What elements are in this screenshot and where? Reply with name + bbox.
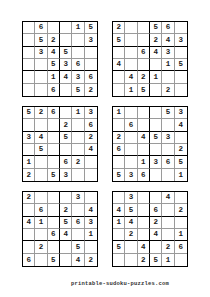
sudoku-cell-r2c4: 2 — [60, 119, 72, 131]
sudoku-cell-r1c4 — [150, 107, 162, 119]
sudoku-cell-r6c2: 3 — [125, 169, 137, 181]
sudoku-cell-r2c6: 4 — [85, 204, 97, 216]
sudoku-cell-r2c2: 6 — [125, 119, 137, 131]
site-url-text: printable-sudoku-puzzles.com — [0, 280, 210, 287]
sudoku-cell-r3c5 — [72, 47, 84, 59]
sudoku-cell-r6c6 — [85, 169, 97, 181]
sudoku-cell-r4c4 — [60, 144, 72, 156]
sudoku-cell-r1c4: 5 — [150, 22, 162, 34]
sudoku-cell-r3c4: 5 — [150, 132, 162, 144]
sudoku-cell-r3c4: 4 — [150, 47, 162, 59]
sudoku-cell-r3c5: 6 — [72, 217, 84, 229]
sudoku-cell-r5c5: 3 — [72, 71, 84, 83]
sudoku-cell-r3c6 — [85, 47, 97, 59]
sudoku-cell-r4c2: 5 — [35, 144, 47, 156]
sudoku-cell-r1c3 — [138, 107, 150, 119]
sudoku-cell-r1c3 — [138, 22, 150, 34]
sudoku-cell-r6c3: 5 — [48, 254, 60, 266]
sudoku-cell-r3c1: 1 — [113, 217, 125, 229]
sudoku-cell-r4c6: 1 — [85, 229, 97, 241]
sudoku-cell-r6c1: 2 — [23, 169, 35, 181]
sudoku-cell-r6c4 — [60, 254, 72, 266]
sudoku-cell-r6c3: 6 — [48, 84, 60, 96]
sudoku-cell-r2c2 — [125, 34, 137, 46]
sudoku-cell-r2c6: 2 — [175, 204, 187, 216]
sudoku-cell-r1c3 — [48, 22, 60, 34]
sudoku-cell-r4c2 — [125, 144, 137, 156]
sudoku-cell-r6c4: 3 — [60, 169, 72, 181]
sudoku-cell-r6c5: 4 — [72, 254, 84, 266]
sudoku-cell-r6c3: 5 — [48, 169, 60, 181]
sudoku-cell-r2c4: 2 — [60, 204, 72, 216]
sudoku-cell-r1c6 — [175, 192, 187, 204]
sudoku-cell-r6c2 — [35, 169, 47, 181]
sudoku-cell-r4c5 — [162, 229, 174, 241]
sudoku-cell-r6c1 — [113, 84, 125, 96]
sudoku-cell-r4c4: 3 — [60, 59, 72, 71]
sudoku-cell-r1c2 — [125, 22, 137, 34]
sudoku-cell-r5c3 — [48, 156, 60, 168]
sudoku-cell-r4c3: 6 — [48, 229, 60, 241]
sudoku-cell-r3c2: 4 — [35, 132, 47, 144]
sudoku-cell-r6c1 — [23, 84, 35, 96]
sudoku-cell-r2c2: 5 — [125, 204, 137, 216]
sudoku-cell-r2c4 — [150, 119, 162, 131]
sudoku-cell-r3c3: 6 — [138, 47, 150, 59]
sudoku-cell-r5c6 — [175, 71, 187, 83]
sudoku-cell-r1c4 — [60, 22, 72, 34]
sudoku-cell-r4c4: 4 — [150, 229, 162, 241]
sudoku-cell-r1c5: 3 — [72, 192, 84, 204]
sudoku-cell-r2c6: 3 — [85, 34, 97, 46]
sudoku-cell-r5c3: 1 — [48, 71, 60, 83]
sudoku-cell-r2c3 — [138, 119, 150, 131]
sudoku-cell-r5c6: 5 — [175, 156, 187, 168]
sudoku-cell-r1c4 — [150, 192, 162, 204]
sudoku-cell-r4c5 — [72, 229, 84, 241]
sudoku-cell-r5c4 — [150, 241, 162, 253]
sudoku-cell-r5c5 — [162, 71, 174, 83]
sudoku-board-5: 2362441563641256542 — [22, 191, 98, 267]
sudoku-cell-r3c2 — [125, 132, 137, 144]
sudoku-cell-r2c1 — [23, 34, 35, 46]
sudoku-cell-r5c6 — [85, 156, 97, 168]
sudoku-cell-r1c1: 1 — [113, 107, 125, 119]
sudoku-cell-r4c3: 5 — [48, 59, 60, 71]
sudoku-cell-r1c2: 3 — [125, 192, 137, 204]
sudoku-cell-r6c2: 1 — [125, 84, 137, 96]
sudoku-cell-r6c6 — [175, 254, 187, 266]
sudoku-cell-r5c5: 5 — [72, 241, 84, 253]
sudoku-cell-r2c5 — [72, 34, 84, 46]
sudoku-cell-r3c6 — [175, 132, 187, 144]
sudoku-cell-r3c1 — [23, 47, 35, 59]
sudoku-cell-r3c3 — [48, 217, 60, 229]
sudoku-cell-r3c3: 4 — [48, 47, 60, 59]
sudoku-board-2: 2565243643415421152 — [112, 21, 188, 97]
sudoku-cell-r2c6: 3 — [175, 34, 187, 46]
sudoku-cell-r5c3: 2 — [138, 71, 150, 83]
sudoku-cell-r4c1: 6 — [113, 144, 125, 156]
sudoku-cell-r4c4: 4 — [60, 229, 72, 241]
sudoku-cell-r1c3 — [138, 192, 150, 204]
sudoku-cell-r6c5: 5 — [72, 84, 84, 96]
sudoku-cell-r2c1: 5 — [113, 34, 125, 46]
sudoku-cell-r6c6: 2 — [85, 84, 97, 96]
sudoku-cell-r5c5: 2 — [72, 156, 84, 168]
sudoku-cell-r6c5 — [72, 169, 84, 181]
sudoku-cell-r4c6: 1 — [175, 229, 187, 241]
sudoku-cell-r5c2: 2 — [35, 241, 47, 253]
sudoku-cell-r2c3 — [138, 204, 150, 216]
sudoku-cell-r4c3 — [138, 144, 150, 156]
sudoku-cell-r2c5: 4 — [162, 34, 174, 46]
sudoku-cell-r5c2 — [125, 156, 137, 168]
sudoku-cell-r3c2: 4 — [125, 217, 137, 229]
sudoku-cell-r3c6: 3 — [85, 217, 97, 229]
sudoku-cell-r6c1 — [113, 254, 125, 266]
sudoku-cell-r6c4 — [60, 84, 72, 96]
sudoku-cell-r3c3: 4 — [138, 132, 150, 144]
sudoku-cell-r2c6: 4 — [175, 119, 187, 131]
sudoku-cell-r1c5: 1 — [72, 107, 84, 119]
sudoku-cell-r6c3: 2 — [138, 254, 150, 266]
sudoku-cell-r2c5 — [72, 204, 84, 216]
sudoku-cell-r5c5: 6 — [162, 156, 174, 168]
sudoku-cell-r3c4: 5 — [60, 47, 72, 59]
sudoku-cell-r4c1 — [113, 229, 125, 241]
sudoku-cell-r1c1: 2 — [113, 22, 125, 34]
sudoku-cell-r5c5: 2 — [162, 241, 174, 253]
sudoku-cell-r6c1: 6 — [23, 254, 35, 266]
sudoku-board-3: 5261326345254162253 — [22, 106, 98, 182]
sudoku-cell-r6c1: 5 — [113, 169, 125, 181]
sudoku-cell-r1c1 — [23, 22, 35, 34]
sudoku-cell-r5c3: 1 — [138, 156, 150, 168]
sudoku-cell-r4c3 — [48, 144, 60, 156]
sudoku-cell-r6c5: 2 — [162, 84, 174, 96]
sudoku-cell-r1c2: 2 — [35, 107, 47, 119]
sudoku-cell-r1c1: 2 — [23, 192, 35, 204]
sudoku-cell-r4c4 — [150, 144, 162, 156]
sudoku-cell-r5c4: 6 — [60, 156, 72, 168]
sudoku-cell-r1c6: 3 — [85, 107, 97, 119]
sudoku-cell-r1c6 — [85, 192, 97, 204]
sudoku-cell-r3c5: 3 — [162, 47, 174, 59]
sudoku-cell-r3c1: 2 — [113, 132, 125, 144]
sudoku-cell-r6c6: 2 — [85, 254, 97, 266]
sudoku-cell-r3c4: 5 — [60, 217, 72, 229]
sudoku-cell-r3c6: 2 — [85, 132, 97, 144]
sudoku-cell-r2c1 — [113, 119, 125, 131]
sudoku-cell-r3c2: 3 — [35, 47, 47, 59]
sudoku-cell-r2c5 — [162, 119, 174, 131]
sudoku-cell-r1c6: 3 — [175, 107, 187, 119]
sudoku-cell-r5c4: 4 — [60, 71, 72, 83]
sudoku-cell-r5c2 — [35, 71, 47, 83]
sudoku-cell-r3c5 — [72, 132, 84, 144]
sudoku-cell-r1c5: 6 — [162, 22, 174, 34]
sudoku-cell-r5c1 — [113, 156, 125, 168]
sudoku-cell-r4c1: 4 — [113, 59, 125, 71]
sudoku-cell-r6c4: 5 — [150, 254, 162, 266]
sudoku-cell-r3c6 — [175, 47, 187, 59]
sudoku-board-1: 6155233455361436652 — [22, 21, 98, 97]
sudoku-cell-r6c5 — [162, 169, 174, 181]
sudoku-cell-r2c1: 4 — [113, 204, 125, 216]
sudoku-cell-r5c1 — [23, 71, 35, 83]
sudoku-board-6: 3445621422415426251 — [112, 191, 188, 267]
sudoku-cell-r2c1 — [23, 204, 35, 216]
sudoku-cell-r6c6 — [175, 84, 187, 96]
sudoku-cell-r5c6 — [85, 241, 97, 253]
sudoku-cell-r5c4: 3 — [150, 156, 162, 168]
sudoku-cell-r3c4: 2 — [150, 217, 162, 229]
sudoku-cell-r4c6: 2 — [175, 144, 187, 156]
sudoku-cell-r2c3 — [48, 204, 60, 216]
sudoku-cell-r3c6 — [175, 217, 187, 229]
sudoku-cell-r4c2 — [125, 59, 137, 71]
sudoku-cell-r5c1 — [113, 71, 125, 83]
sudoku-cell-r5c3: 4 — [138, 241, 150, 253]
sudoku-cell-r3c1 — [113, 47, 125, 59]
sudoku-cell-r1c6 — [175, 22, 187, 34]
sudoku-cell-r2c2 — [35, 119, 47, 131]
sudoku-board-4: 1536424536213655361 — [112, 106, 188, 182]
sudoku-cell-r3c2: 1 — [35, 217, 47, 229]
sudoku-cell-r2c5 — [162, 204, 174, 216]
sudoku-cell-r4c6: 5 — [175, 59, 187, 71]
sudoku-cell-r3c5: 3 — [162, 132, 174, 144]
sudoku-cell-r4c1 — [23, 59, 35, 71]
sudoku-cell-r5c6: 6 — [85, 71, 97, 83]
sudoku-cell-r1c2 — [35, 192, 47, 204]
sudoku-cell-r4c6: 4 — [85, 144, 97, 156]
sudoku-cell-r2c4: 2 — [150, 34, 162, 46]
sudoku-cell-r1c5: 4 — [162, 192, 174, 204]
sudoku-cell-r4c4 — [150, 59, 162, 71]
sudoku-cell-r1c4 — [60, 192, 72, 204]
sudoku-cell-r5c1 — [23, 241, 35, 253]
sudoku-cell-r5c2 — [125, 241, 137, 253]
sudoku-cell-r5c2: 4 — [125, 71, 137, 83]
sudoku-cell-r6c2 — [35, 84, 47, 96]
sudoku-cell-r4c2 — [35, 229, 47, 241]
sudoku-cell-r2c6: 6 — [85, 119, 97, 131]
sudoku-cell-r2c5 — [72, 119, 84, 131]
sudoku-cell-r4c1 — [23, 229, 35, 241]
sudoku-cell-r1c3: 6 — [48, 107, 60, 119]
sudoku-boards-grid: 6155233455361436652 2565243643415421152 … — [22, 21, 188, 267]
sudoku-cell-r6c2 — [35, 254, 47, 266]
sudoku-cell-r4c6 — [85, 59, 97, 71]
sudoku-cell-r5c1: 1 — [23, 156, 35, 168]
sudoku-cell-r4c3 — [138, 59, 150, 71]
sudoku-cell-r5c3 — [48, 241, 60, 253]
sudoku-cell-r6c4 — [150, 84, 162, 96]
sudoku-cell-r5c6: 6 — [175, 241, 187, 253]
sudoku-cell-r6c3: 6 — [138, 169, 150, 181]
sudoku-cell-r3c1: 3 — [23, 132, 35, 144]
sudoku-cell-r3c3 — [138, 217, 150, 229]
sudoku-cell-r6c3: 5 — [138, 84, 150, 96]
sudoku-cell-r3c1: 4 — [23, 217, 35, 229]
sudoku-cell-r1c5: 1 — [72, 22, 84, 34]
sudoku-cell-r2c3: 2 — [48, 34, 60, 46]
sudoku-cell-r4c5 — [72, 144, 84, 156]
sudoku-cell-r3c2 — [125, 47, 137, 59]
sudoku-cell-r4c5: 6 — [72, 59, 84, 71]
sudoku-cell-r4c2: 2 — [125, 229, 137, 241]
sudoku-cell-r1c1: 5 — [23, 107, 35, 119]
sudoku-cell-r1c6: 5 — [85, 22, 97, 34]
sudoku-cell-r5c4 — [60, 241, 72, 253]
sudoku-cell-r4c1 — [23, 144, 35, 156]
sudoku-cell-r2c4 — [60, 34, 72, 46]
sudoku-cell-r5c2 — [35, 156, 47, 168]
printable-sudoku-sheet: 6155233455361436652 2565243643415421152 … — [0, 0, 210, 297]
sudoku-cell-r5c4: 1 — [150, 71, 162, 83]
sudoku-cell-r6c2 — [125, 254, 137, 266]
sudoku-cell-r6c4 — [150, 169, 162, 181]
sudoku-cell-r1c1 — [113, 192, 125, 204]
sudoku-cell-r1c5: 5 — [162, 107, 174, 119]
sudoku-cell-r2c3 — [138, 34, 150, 46]
sudoku-cell-r4c5: 1 — [162, 59, 174, 71]
sudoku-cell-r5c1: 5 — [113, 241, 125, 253]
sudoku-cell-r2c2: 5 — [35, 34, 47, 46]
sudoku-cell-r1c2: 6 — [35, 22, 47, 34]
sudoku-cell-r3c5 — [162, 217, 174, 229]
sudoku-cell-r2c1 — [23, 119, 35, 131]
sudoku-cell-r1c3 — [48, 192, 60, 204]
sudoku-cell-r2c4: 6 — [150, 204, 162, 216]
sudoku-cell-r6c6: 1 — [175, 169, 187, 181]
sudoku-cell-r4c2 — [35, 59, 47, 71]
sudoku-cell-r3c4: 5 — [60, 132, 72, 144]
sudoku-cell-r3c3 — [48, 132, 60, 144]
sudoku-cell-r1c4 — [60, 107, 72, 119]
sudoku-cell-r1c2 — [125, 107, 137, 119]
sudoku-cell-r2c3 — [48, 119, 60, 131]
sudoku-cell-r4c3 — [138, 229, 150, 241]
sudoku-cell-r4c5 — [162, 144, 174, 156]
sudoku-cell-r2c2: 6 — [35, 204, 47, 216]
sudoku-cell-r6c5: 1 — [162, 254, 174, 266]
